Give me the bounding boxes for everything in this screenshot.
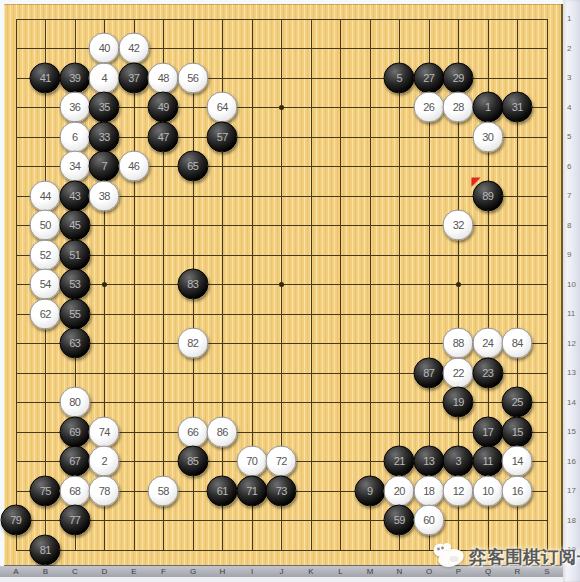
board-cell-N9 [385,240,415,270]
white-stone-D3: 4 [89,62,120,93]
column-label-I: I [251,566,253,577]
board-cell-A5 [1,122,31,152]
move-number: 47 [149,122,178,151]
board-cell-O8 [414,211,444,241]
row-label-13: 13 [567,368,579,378]
column-label-J: J [280,566,284,577]
row-label-12: 12 [567,339,579,349]
board-cell-L9 [326,240,356,270]
board-cell-K10 [296,270,326,300]
board-cell-I1 [237,4,267,34]
white-stone-P12: 88 [443,328,474,359]
board-cell-G16: 85 [178,447,208,477]
board-cell-E15 [119,417,149,447]
black-stone-H17: 61 [207,475,238,506]
board-cell-S17 [532,476,562,506]
move-number: 53 [60,270,89,299]
board-cell-G4 [178,93,208,123]
board-cell-B4 [31,93,61,123]
board-cell-F16 [149,447,179,477]
board-cell-M8 [355,211,385,241]
last-move-marker-icon [471,177,480,186]
board-cell-M19 [355,535,385,565]
black-stone-H5: 57 [207,121,238,152]
board-cell-C1 [60,4,90,34]
board-cell-E11 [119,299,149,329]
board-cell-L4 [326,93,356,123]
board-cell-I14 [237,388,267,418]
board-cell-E17 [119,476,149,506]
move-number: 59 [385,506,414,535]
board-cell-Q9 [473,240,503,270]
board-cell-M17: 9 [355,476,385,506]
board-cell-P7 [444,181,474,211]
board-cell-I8 [237,211,267,241]
board-cell-Q8 [473,211,503,241]
board-cell-N18: 59 [385,506,415,536]
board-cell-H10 [208,270,238,300]
board-cell-J7 [267,181,297,211]
board-cell-I9 [237,240,267,270]
board-cell-M9 [355,240,385,270]
board-cell-G19 [178,535,208,565]
white-stone-E6: 46 [118,151,149,182]
board-cell-N16: 21 [385,447,415,477]
board-cell-P14: 19 [444,388,474,418]
move-number: 21 [385,447,414,476]
white-stone-D17: 78 [89,475,120,506]
board-cell-G5 [178,122,208,152]
board-cell-R2 [503,34,533,64]
board-cell-I10 [237,270,267,300]
board-cell-F17: 58 [149,476,179,506]
board-cell-S7 [532,181,562,211]
board-cell-P15 [444,417,474,447]
move-number: 50 [31,211,60,240]
board-cell-C12: 63 [60,329,90,359]
board-cell-L19 [326,535,356,565]
board-cell-L17 [326,476,356,506]
board-cell-S9 [532,240,562,270]
move-number: 75 [31,476,60,505]
board-cell-J10 [267,270,297,300]
board-cell-E10 [119,270,149,300]
board-cell-L11 [326,299,356,329]
watermark: 弈客围棋订阅号 [430,541,580,572]
board-cell-E1 [119,4,149,34]
board-cell-D16: 2 [90,447,120,477]
black-stone-Q16: 11 [472,446,503,477]
board-cell-D8 [90,211,120,241]
board-cell-I19 [237,535,267,565]
move-number: 71 [237,476,266,505]
board-cell-O17: 18 [414,476,444,506]
board-cell-L14 [326,388,356,418]
move-number: 70 [237,447,266,476]
board-cell-D5: 33 [90,122,120,152]
move-number: 11 [473,447,502,476]
move-number: 10 [473,476,502,505]
black-stone-P14: 19 [443,387,474,418]
board-cell-Q7: 89 [473,181,503,211]
board-cell-C4: 36 [60,93,90,123]
board-cell-H9 [208,240,238,270]
black-stone-N18: 59 [384,505,415,536]
move-number: 79 [1,506,30,535]
black-stone-E3: 37 [118,62,149,93]
board-cell-O13: 87 [414,358,444,388]
white-stone-D15: 74 [89,416,120,447]
move-number: 7 [90,152,119,181]
board-cell-C5: 6 [60,122,90,152]
white-stone-D7: 38 [89,180,120,211]
white-stone-C4: 36 [59,92,90,123]
move-number: 2 [90,447,119,476]
board-cell-A17 [1,476,31,506]
black-stone-C9: 51 [59,239,90,270]
board-cell-N2 [385,34,415,64]
board-cell-C19 [60,535,90,565]
board-cell-J18 [267,506,297,536]
black-stone-O16: 13 [413,446,444,477]
board-cell-I7 [237,181,267,211]
move-number: 26 [414,93,443,122]
white-stone-H15: 86 [207,416,238,447]
board-cell-F4: 49 [149,93,179,123]
board-cell-N10 [385,270,415,300]
board-cell-G7 [178,181,208,211]
board-cell-H6 [208,152,238,182]
board-cell-J1 [267,4,297,34]
board-cell-D4: 35 [90,93,120,123]
board-cell-P4: 28 [444,93,474,123]
move-number: 48 [149,63,178,92]
board-cell-A12 [1,329,31,359]
board-cell-N3: 5 [385,63,415,93]
board-cell-J9 [267,240,297,270]
black-stone-C18: 77 [59,505,90,536]
board-cell-R17: 16 [503,476,533,506]
white-stone-E2: 42 [118,33,149,64]
column-label-C: C [72,566,78,577]
white-stone-B9: 52 [30,239,61,270]
white-stone-O17: 18 [413,475,444,506]
board-cell-J3 [267,63,297,93]
board-cell-S11 [532,299,562,329]
board-cell-Q13: 23 [473,358,503,388]
yike-weiqi-logo-icon [430,541,466,572]
move-number: 14 [503,447,532,476]
board-cell-A7 [1,181,31,211]
board-cell-D15: 74 [90,417,120,447]
board-cell-K8 [296,211,326,241]
board-cell-F6 [149,152,179,182]
board-cell-D6: 7 [90,152,120,182]
board-cell-B12 [31,329,61,359]
black-stone-C16: 67 [59,446,90,477]
board-cell-K14 [296,388,326,418]
board-cell-I15 [237,417,267,447]
board-cell-Q15: 17 [473,417,503,447]
board-cell-Q4: 1 [473,93,503,123]
black-stone-B19: 81 [30,534,61,565]
board-cell-M12 [355,329,385,359]
board-cell-C8: 45 [60,211,90,241]
row-label-7: 7 [567,191,579,201]
black-stone-C11: 55 [59,298,90,329]
white-stone-P8: 32 [443,210,474,241]
move-number: 20 [385,476,414,505]
move-number: 44 [31,181,60,210]
board-cell-N19 [385,535,415,565]
board-cell-L8 [326,211,356,241]
board-cell-K7 [296,181,326,211]
board-cell-M5 [355,122,385,152]
board-cell-S15 [532,417,562,447]
board-cell-D3: 4 [90,63,120,93]
board-cell-E7 [119,181,149,211]
board-cell-C3: 39 [60,63,90,93]
board-cell-K13 [296,358,326,388]
board-cell-I16: 70 [237,447,267,477]
move-number: 52 [31,240,60,269]
board-cell-K18 [296,506,326,536]
board-cell-B10: 54 [31,270,61,300]
board-cell-G14 [178,388,208,418]
row-label-1: 1 [567,14,579,24]
board-cell-R11 [503,299,533,329]
board-cell-F7 [149,181,179,211]
row-label-16: 16 [567,457,579,467]
white-stone-I16: 70 [236,446,267,477]
move-number: 49 [149,93,178,122]
move-number: 30 [473,122,502,151]
black-stone-N16: 21 [384,446,415,477]
board-cell-J13 [267,358,297,388]
board-cell-H8 [208,211,238,241]
board-cell-D14 [90,388,120,418]
board-cell-F13 [149,358,179,388]
black-stone-Q15: 17 [472,416,503,447]
board-cell-S8 [532,211,562,241]
black-stone-M17: 9 [354,475,385,506]
board-cell-G8 [178,211,208,241]
board-cell-B3: 41 [31,63,61,93]
board-cell-J17: 73 [267,476,297,506]
move-number: 61 [208,476,237,505]
board-cell-R9 [503,240,533,270]
board-cell-G18 [178,506,208,536]
move-number: 54 [31,270,60,299]
board-cell-O16: 13 [414,447,444,477]
board-cell-G15: 66 [178,417,208,447]
board-cell-H7 [208,181,238,211]
board-cell-Q1 [473,4,503,34]
move-number: 40 [90,34,119,63]
row-label-15: 15 [567,427,579,437]
go-diagram-screenshot: 4042413943748565272936354964262813163347… [0,0,580,582]
star-point [279,105,284,110]
board-cell-G11 [178,299,208,329]
board-cell-L3 [326,63,356,93]
black-stone-G10: 83 [177,269,208,300]
board-cell-B6 [31,152,61,182]
board-cell-C17: 68 [60,476,90,506]
move-number: 83 [178,270,207,299]
white-stone-N17: 20 [384,475,415,506]
board-cell-F2 [149,34,179,64]
white-stone-P4: 28 [443,92,474,123]
move-number: 63 [60,329,89,358]
board-cell-F15 [149,417,179,447]
board-cell-O14 [414,388,444,418]
black-stone-G16: 85 [177,446,208,477]
board-cell-Q11 [473,299,503,329]
row-label-6: 6 [567,162,579,172]
white-stone-J16: 72 [266,446,297,477]
move-number: 64 [208,93,237,122]
board-cell-H14 [208,388,238,418]
board-cell-A18: 79 [1,506,31,536]
board-cell-P2 [444,34,474,64]
board-cell-J6 [267,152,297,182]
board-cell-F19 [149,535,179,565]
move-number: 55 [60,299,89,328]
board-cell-L13 [326,358,356,388]
black-stone-F4: 49 [148,92,179,123]
white-stone-R12: 84 [502,328,533,359]
board-cell-G1 [178,4,208,34]
board-cell-O15 [414,417,444,447]
move-number: 78 [90,476,119,505]
white-stone-C5: 6 [59,121,90,152]
board-cell-H15: 86 [208,417,238,447]
move-number: 32 [444,211,473,240]
white-stone-G3: 56 [177,62,208,93]
black-stone-A18: 79 [0,505,31,536]
move-number: 15 [503,417,532,446]
black-stone-Q13: 23 [472,357,503,388]
white-stone-C6: 34 [59,151,90,182]
board-cell-I17: 71 [237,476,267,506]
board-cell-C15: 69 [60,417,90,447]
board-cell-B11: 62 [31,299,61,329]
board-cell-P18 [444,506,474,536]
board-cell-H11 [208,299,238,329]
move-number: 45 [60,211,89,240]
move-number: 6 [60,122,89,151]
board-cell-E3: 37 [119,63,149,93]
board-cell-K5 [296,122,326,152]
black-stone-D6: 7 [89,151,120,182]
board-cell-D10 [90,270,120,300]
board-cell-Q16: 11 [473,447,503,477]
white-stone-P17: 12 [443,475,474,506]
board-cell-Q12: 24 [473,329,503,359]
board-cell-P12: 88 [444,329,474,359]
white-stone-O4: 26 [413,92,444,123]
board-cell-J14 [267,388,297,418]
board-cell-M18 [355,506,385,536]
move-number: 43 [60,181,89,210]
board-cell-N1 [385,4,415,34]
white-stone-F3: 48 [148,62,179,93]
board-cell-A10 [1,270,31,300]
board-cell-B7: 44 [31,181,61,211]
board-cell-C6: 34 [60,152,90,182]
move-number: 37 [119,63,148,92]
move-number: 77 [60,506,89,535]
move-number: 36 [60,93,89,122]
board-cell-E14 [119,388,149,418]
move-number: 58 [149,476,178,505]
board-cell-M16 [355,447,385,477]
board-cell-D11 [90,299,120,329]
white-stone-R16: 14 [502,446,533,477]
board-cell-S1 [532,4,562,34]
black-stone-B3: 41 [30,62,61,93]
board-cell-L5 [326,122,356,152]
black-stone-R4: 31 [502,92,533,123]
move-number: 18 [414,476,443,505]
move-number: 56 [178,63,207,92]
move-number: 57 [208,122,237,151]
board-cell-B14 [31,388,61,418]
board-cell-O7 [414,181,444,211]
board-cell-F12 [149,329,179,359]
white-stone-B10: 54 [30,269,61,300]
move-number: 46 [119,152,148,181]
black-stone-F5: 47 [148,121,179,152]
board-cell-A2 [1,34,31,64]
white-stone-D16: 2 [89,446,120,477]
board-cell-F1 [149,4,179,34]
row-label-17: 17 [567,486,579,496]
row-label-14: 14 [567,398,579,408]
board-cell-A13 [1,358,31,388]
board-cell-E8 [119,211,149,241]
board-cell-F5: 47 [149,122,179,152]
column-label-H: H [220,566,226,577]
board-cell-O11 [414,299,444,329]
board-cell-N4 [385,93,415,123]
board-cell-O1 [414,4,444,34]
board-grid: 4042413943748565272936354964262813163347… [1,4,562,565]
board-cell-E4 [119,93,149,123]
board-cell-C14: 80 [60,388,90,418]
board-cell-K2 [296,34,326,64]
black-stone-R14: 25 [502,387,533,418]
board-cell-H4: 64 [208,93,238,123]
move-number: 68 [60,476,89,505]
board-cell-N5 [385,122,415,152]
board-cell-K1 [296,4,326,34]
white-stone-F17: 58 [148,475,179,506]
board-cell-A8 [1,211,31,241]
row-label-2: 2 [567,44,579,54]
black-stone-C15: 69 [59,416,90,447]
board-cell-M4 [355,93,385,123]
board-cell-I3 [237,63,267,93]
board-cell-G10: 83 [178,270,208,300]
column-label-L: L [338,566,342,577]
board-cell-D1 [90,4,120,34]
board-cell-S13 [532,358,562,388]
move-number: 73 [267,476,296,505]
board-cell-A6 [1,152,31,182]
board-cell-P3: 29 [444,63,474,93]
board-cell-E16 [119,447,149,477]
